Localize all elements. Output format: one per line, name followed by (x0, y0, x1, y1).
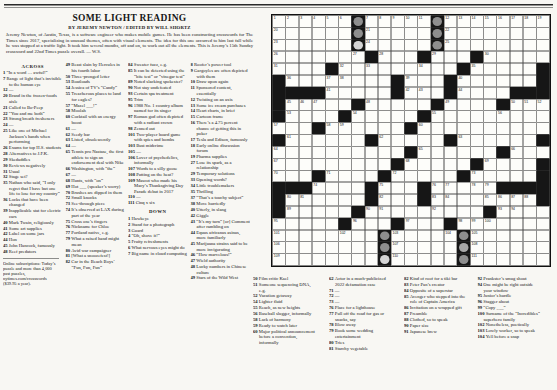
grid-cell-r2-c4[interactable] (312, 27, 325, 39)
grid-cell-r17-c19[interactable]: 94 (510, 206, 523, 218)
grid-cell-r19-c4[interactable] (312, 230, 325, 242)
grid-cell-r19-c19[interactable] (510, 230, 523, 242)
grid-cell-r2-c15[interactable] (457, 27, 470, 39)
grid-cell-r4-c14[interactable] (444, 51, 457, 63)
grid-cell-r3-c12[interactable] (418, 39, 431, 51)
grid-cell-r19-c21[interactable] (536, 230, 549, 242)
grid-cell-r4-c5[interactable] (325, 51, 338, 63)
grid-cell-r2-c3[interactable] (299, 27, 312, 39)
grid-cell-r7-c7[interactable] (352, 87, 365, 99)
grid-cell-r8-c14[interactable]: 49 (444, 99, 457, 111)
grid-cell-r15-c16[interactable]: 78 (470, 182, 483, 194)
grid-cell-r6-c17[interactable] (484, 75, 497, 87)
grid-cell-r5-c16[interactable]: 35 (470, 63, 483, 75)
grid-cell-r8-c9[interactable] (378, 99, 391, 111)
grid-cell-r4-c7[interactable]: 27 (352, 51, 365, 63)
grid-cell-r2-c1[interactable]: 20 (273, 27, 286, 39)
grid-cell-r16-c7[interactable] (352, 194, 365, 206)
grid-cell-r21-c16[interactable]: 111 (470, 254, 483, 266)
grid-cell-r8-c10[interactable] (391, 99, 404, 111)
grid-cell-r8-c6[interactable] (338, 99, 351, 111)
grid-cell-r4-c15[interactable] (457, 51, 470, 63)
grid-cell-r16-c9[interactable]: 82 (378, 194, 391, 206)
grid-cell-r18-c16[interactable]: 99 (470, 218, 483, 230)
grid-cell-r13-c3[interactable] (299, 158, 312, 170)
grid-cell-r1-c1[interactable]: 1 (273, 16, 286, 28)
grid-cell-r14-c20[interactable] (523, 170, 536, 182)
grid-cell-r21-c7[interactable] (352, 254, 365, 266)
grid-cell-r20-c1[interactable]: 106 (273, 242, 286, 254)
grid-cell-r1-c9[interactable]: 8 (378, 16, 391, 28)
grid-cell-r2-c14[interactable]: 22 (444, 27, 457, 39)
grid-cell-r10-c13[interactable] (431, 123, 444, 135)
grid-cell-r14-c17[interactable] (484, 170, 497, 182)
grid-cell-r17-c14[interactable] (444, 206, 457, 218)
grid-cell-r10-c19[interactable] (510, 123, 523, 135)
grid-cell-r5-c18[interactable] (497, 63, 510, 75)
grid-cell-r5-c12[interactable]: 34 (418, 63, 431, 75)
grid-cell-r12-c13[interactable] (431, 146, 444, 158)
grid-cell-r16-c6[interactable] (338, 194, 351, 206)
grid-cell-r6-c13[interactable] (431, 75, 444, 87)
grid-cell-r19-c16[interactable]: 105 (470, 230, 483, 242)
grid-cell-r11-c18[interactable] (497, 135, 510, 147)
grid-cell-r2-c6[interactable] (338, 27, 351, 39)
grid-cell-r5-c6[interactable]: 32 (338, 63, 351, 75)
grid-cell-r17-c8[interactable]: 90 (365, 206, 378, 218)
grid-cell-r2-c10[interactable] (391, 27, 404, 39)
grid-cell-r11-c17[interactable] (484, 135, 497, 147)
grid-cell-r18-c21[interactable] (536, 218, 549, 230)
grid-cell-r21-c17[interactable] (484, 254, 497, 266)
grid-cell-r10-c6[interactable]: 59 (338, 123, 351, 135)
grid-cell-r9-c11[interactable] (404, 111, 417, 123)
grid-cell-r19-c8[interactable] (365, 230, 378, 242)
grid-cell-r8-c17[interactable] (484, 99, 497, 111)
grid-cell-r2-c9[interactable] (378, 27, 391, 39)
grid-cell-r21-c19[interactable] (510, 254, 523, 266)
grid-cell-r4-c6[interactable] (338, 51, 351, 63)
grid-cell-r18-c20[interactable] (523, 218, 536, 230)
grid-cell-r8-c15[interactable] (457, 99, 470, 111)
grid-cell-r11-c9[interactable]: 62 (378, 135, 391, 147)
grid-cell-r15-c7[interactable] (352, 182, 365, 194)
grid-cell-r9-c7[interactable]: 54 (352, 111, 365, 123)
grid-cell-r10-c20[interactable] (523, 123, 536, 135)
grid-cell-r7-c13[interactable] (431, 87, 444, 99)
grid-cell-r18-c13[interactable] (431, 218, 444, 230)
grid-cell-r14-c7[interactable] (352, 170, 365, 182)
grid-cell-r14-c11[interactable] (404, 170, 417, 182)
grid-cell-r17-c11[interactable] (404, 206, 417, 218)
grid-cell-r15-c10[interactable] (391, 182, 404, 194)
grid-cell-r9-c2[interactable]: 53 (286, 111, 299, 123)
grid-cell-r18-c9[interactable] (378, 218, 391, 230)
grid-cell-r13-c8[interactable] (365, 158, 378, 170)
grid-cell-r3-c14[interactable]: 25 (444, 39, 457, 51)
grid-cell-r14-c8[interactable] (365, 170, 378, 182)
grid-cell-r20-c18[interactable] (497, 242, 510, 254)
grid-cell-r7-c18[interactable] (497, 87, 510, 99)
grid-cell-r12-c16[interactable] (470, 146, 483, 158)
grid-cell-r1-c3[interactable]: 3 (299, 16, 312, 28)
grid-cell-r14-c5[interactable]: 71 (325, 170, 338, 182)
grid-cell-r19-c5[interactable] (325, 230, 338, 242)
grid-cell-r6-c6[interactable]: 38 (338, 75, 351, 87)
grid-cell-r8-c11[interactable] (404, 99, 417, 111)
grid-cell-r11-c13[interactable] (431, 135, 444, 147)
grid-cell-r13-c15[interactable] (457, 158, 470, 170)
grid-cell-r10-c14[interactable] (444, 123, 457, 135)
grid-cell-r17-c6[interactable] (338, 206, 351, 218)
grid-cell-r16-c20[interactable]: 88 (523, 194, 536, 206)
grid-cell-r9-c19[interactable] (510, 111, 523, 123)
grid-cell-r21-c14[interactable] (444, 254, 457, 266)
grid-cell-r4-c9[interactable]: 28 (378, 51, 391, 63)
grid-cell-r3-c8[interactable]: 24 (365, 39, 378, 51)
grid-cell-r12-c12[interactable]: 65 (418, 146, 431, 158)
grid-cell-r1-c8[interactable]: 7 (365, 16, 378, 28)
grid-cell-r5-c8[interactable]: 33 (365, 63, 378, 75)
grid-cell-r13-c9[interactable] (378, 158, 391, 170)
grid-cell-r17-c9[interactable]: 91 (378, 206, 391, 218)
grid-cell-r2-c2[interactable] (286, 27, 299, 39)
grid-cell-r6-c8[interactable] (365, 75, 378, 87)
grid-cell-r9-c21[interactable] (536, 111, 549, 123)
grid-cell-r20-c6[interactable] (338, 242, 351, 254)
grid-cell-r3-c2[interactable] (286, 39, 299, 51)
grid-cell-r5-c3[interactable] (299, 63, 312, 75)
grid-cell-r12-c21[interactable] (536, 146, 549, 158)
grid-cell-r2-c17[interactable] (484, 27, 497, 39)
grid-cell-r9-c20[interactable] (523, 111, 536, 123)
grid-cell-r10-c7[interactable] (352, 123, 365, 135)
grid-cell-r1-c4[interactable]: 4 (312, 16, 325, 28)
grid-cell-r3-c21[interactable] (536, 39, 549, 51)
grid-cell-r17-c20[interactable] (523, 206, 536, 218)
grid-cell-r5-c14[interactable] (444, 63, 457, 75)
grid-cell-r10-c16[interactable] (470, 123, 483, 135)
grid-cell-r15-c4[interactable]: 74 (312, 182, 325, 194)
grid-cell-r21-c3[interactable] (299, 254, 312, 266)
grid-cell-r21-c1[interactable]: 109 (273, 254, 286, 266)
grid-cell-r9-c10[interactable] (391, 111, 404, 123)
grid-cell-r8-c20[interactable]: 51 (523, 99, 536, 111)
grid-cell-r12-c20[interactable] (523, 146, 536, 158)
grid-cell-r6-c9[interactable] (378, 75, 391, 87)
grid-cell-r13-c6[interactable] (338, 158, 351, 170)
grid-cell-r9-c8[interactable] (365, 111, 378, 123)
grid-cell-r16-c18[interactable]: 86 (497, 194, 510, 206)
grid-cell-r8-c3[interactable]: 46 (299, 99, 312, 111)
grid-cell-r3-c1[interactable]: 23 (273, 39, 286, 51)
grid-cell-r7-c11[interactable]: 42 (404, 87, 417, 99)
grid-cell-r7-c16[interactable] (470, 87, 483, 99)
grid-cell-r7-c8[interactable] (365, 87, 378, 99)
grid-cell-r8-c2[interactable]: 45 (286, 99, 299, 111)
grid-cell-r10-c3[interactable] (299, 123, 312, 135)
grid-cell-r12-c17[interactable] (484, 146, 497, 158)
grid-cell-r1-c14[interactable]: 12 (444, 16, 457, 28)
grid-cell-r21-c5[interactable] (325, 254, 338, 266)
grid-cell-r11-c10[interactable] (391, 135, 404, 147)
grid-cell-r6-c12[interactable] (418, 75, 431, 87)
grid-cell-r2-c16[interactable] (470, 27, 483, 39)
grid-cell-r4-c13[interactable]: 29 (431, 51, 444, 63)
grid-cell-r3-c20[interactable] (523, 39, 536, 51)
grid-cell-r21-c13[interactable] (431, 254, 444, 266)
grid-cell-r14-c6[interactable] (338, 170, 351, 182)
grid-cell-r11-c5[interactable] (325, 135, 338, 147)
grid-cell-r6-c2[interactable]: 36 (286, 75, 299, 87)
grid-cell-r11-c19[interactable] (510, 135, 523, 147)
grid-cell-r14-c13[interactable] (431, 170, 444, 182)
grid-cell-r21-c4[interactable] (312, 254, 325, 266)
grid-cell-r1-c2[interactable]: 2 (286, 16, 299, 28)
grid-cell-r9-c16[interactable] (470, 111, 483, 123)
grid-cell-r7-c6[interactable] (338, 87, 351, 99)
grid-cell-r12-c6[interactable] (338, 146, 351, 158)
grid-cell-r8-c5[interactable] (325, 99, 338, 111)
grid-cell-r5-c1[interactable]: 31 (273, 63, 286, 75)
grid-cell-r9-c3[interactable] (299, 111, 312, 123)
grid-cell-r18-c4[interactable] (312, 218, 325, 230)
grid-cell-r19-c20[interactable] (523, 230, 536, 242)
grid-cell-r13-c4[interactable] (312, 158, 325, 170)
grid-cell-r6-c11[interactable]: 39 (404, 75, 417, 87)
grid-cell-r17-c21[interactable] (536, 206, 549, 218)
grid-cell-r5-c10[interactable] (391, 63, 404, 75)
grid-cell-r8-c21[interactable]: 52 (536, 99, 549, 111)
grid-cell-r21-c11[interactable] (404, 254, 417, 266)
grid-cell-r14-c12[interactable] (418, 170, 431, 182)
grid-cell-r20-c10[interactable]: 107 (391, 242, 404, 254)
grid-cell-r19-c12[interactable] (418, 230, 431, 242)
grid-cell-r6-c19[interactable] (510, 75, 523, 87)
grid-cell-r11-c15[interactable]: 63 (457, 135, 470, 147)
grid-cell-r4-c2[interactable] (286, 51, 299, 63)
grid-cell-r3-c18[interactable] (497, 39, 510, 51)
grid-cell-r2-c18[interactable] (497, 27, 510, 39)
grid-cell-r14-c1[interactable]: 70 (273, 170, 286, 182)
grid-cell-r11-c7[interactable] (352, 135, 365, 147)
grid-cell-r12-c8[interactable] (365, 146, 378, 158)
grid-cell-r13-c20[interactable] (523, 158, 536, 170)
grid-cell-r16-c17[interactable]: 85 (484, 194, 497, 206)
grid-cell-r9-c4[interactable] (312, 111, 325, 123)
grid-cell-r4-c1[interactable]: 26 (273, 51, 286, 63)
grid-cell-r15-c13[interactable]: 76 (431, 182, 444, 194)
grid-cell-r16-c11[interactable] (404, 194, 417, 206)
grid-cell-r12-c5[interactable] (325, 146, 338, 158)
grid-cell-r5-c2[interactable] (286, 63, 299, 75)
grid-cell-r13-c17[interactable]: 69 (484, 158, 497, 170)
grid-cell-r19-c3[interactable] (299, 230, 312, 242)
grid-cell-r9-c5[interactable] (325, 111, 338, 123)
grid-cell-r10-c15[interactable] (457, 123, 470, 135)
grid-cell-r4-c11[interactable] (404, 51, 417, 63)
grid-cell-r9-c9[interactable] (378, 111, 391, 123)
grid-cell-r1-c20[interactable]: 18 (523, 16, 536, 28)
grid-cell-r18-c8[interactable] (365, 218, 378, 230)
grid-cell-r11-c2[interactable]: 61 (286, 135, 299, 147)
grid-cell-r13-c7[interactable] (352, 158, 365, 170)
grid-cell-r4-c20[interactable] (523, 51, 536, 63)
grid-cell-r19-c14[interactable]: 104 (444, 230, 457, 242)
grid-cell-r14-c3[interactable] (299, 170, 312, 182)
grid-cell-r1-c18[interactable]: 16 (497, 16, 510, 28)
grid-cell-r17-c16[interactable] (470, 206, 483, 218)
grid-cell-r18-c17[interactable]: 100 (484, 218, 497, 230)
grid-cell-r16-c5[interactable] (325, 194, 338, 206)
grid-cell-r2-c21[interactable] (536, 27, 549, 39)
grid-cell-r14-c2[interactable] (286, 170, 299, 182)
grid-cell-r6-c16[interactable] (470, 75, 483, 87)
grid-cell-r20-c2[interactable] (286, 242, 299, 254)
grid-cell-r18-c1[interactable]: 95 (273, 218, 286, 230)
grid-cell-r7-c9[interactable] (378, 87, 391, 99)
grid-cell-r3-c5[interactable] (325, 39, 338, 51)
grid-cell-r5-c19[interactable] (510, 63, 523, 75)
grid-cell-r8-c8[interactable]: 48 (365, 99, 378, 111)
grid-cell-r5-c4[interactable] (312, 63, 325, 75)
grid-cell-r20-c13[interactable] (431, 242, 444, 254)
grid-cell-r19-c11[interactable] (404, 230, 417, 242)
grid-cell-r21-c6[interactable] (338, 254, 351, 266)
grid-cell-r2-c12[interactable] (418, 27, 431, 39)
grid-cell-r7-c5[interactable]: 41 (325, 87, 338, 99)
grid-cell-r1-c12[interactable]: 11 (418, 16, 431, 28)
grid-cell-r4-c4[interactable] (312, 51, 325, 63)
grid-cell-r4-c17[interactable]: 30 (484, 51, 497, 63)
grid-cell-r19-c17[interactable] (484, 230, 497, 242)
grid-cell-r12-c4[interactable] (312, 146, 325, 158)
grid-cell-r14-c18[interactable] (497, 170, 510, 182)
grid-cell-r1-c17[interactable]: 15 (484, 16, 497, 28)
grid-cell-r19-c1[interactable]: 101 (273, 230, 286, 242)
grid-cell-r11-c4[interactable] (312, 135, 325, 147)
grid-cell-r19-c10[interactable]: 103 (391, 230, 404, 242)
grid-cell-r13-c11[interactable]: 68 (404, 158, 417, 170)
grid-cell-r12-c19[interactable]: 66 (510, 146, 523, 158)
grid-cell-r11-c20[interactable] (523, 135, 536, 147)
grid-cell-r18-c15[interactable]: 98 (457, 218, 470, 230)
grid-cell-r20-c8[interactable] (365, 242, 378, 254)
grid-cell-r15-c14[interactable]: 77 (444, 182, 457, 194)
grid-cell-r10-c1[interactable]: 57 (273, 123, 286, 135)
grid-cell-r16-c4[interactable] (312, 194, 325, 206)
grid-cell-r16-c19[interactable]: 87 (510, 194, 523, 206)
grid-cell-r9-c18[interactable]: 56 (497, 111, 510, 123)
grid-cell-r1-c15[interactable]: 13 (457, 16, 470, 28)
grid-cell-r5-c20[interactable] (523, 63, 536, 75)
grid-cell-r13-c2[interactable] (286, 158, 299, 170)
grid-cell-r12-c1[interactable]: 64 (273, 146, 286, 158)
grid-cell-r5-c13[interactable] (431, 63, 444, 75)
grid-cell-r14-c19[interactable] (510, 170, 523, 182)
grid-cell-r16-c10[interactable] (391, 194, 404, 206)
grid-cell-r16-c13[interactable]: 83 (431, 194, 444, 206)
grid-cell-r6-c20[interactable] (523, 75, 536, 87)
grid-cell-r18-c19[interactable] (510, 218, 523, 230)
grid-cell-r3-c3[interactable] (299, 39, 312, 51)
grid-cell-r12-c15[interactable] (457, 146, 470, 158)
grid-cell-r3-c19[interactable] (510, 39, 523, 51)
grid-cell-r17-c13[interactable]: 92 (431, 206, 444, 218)
grid-cell-r17-c5[interactable] (325, 206, 338, 218)
grid-cell-r3-c16[interactable] (470, 39, 483, 51)
grid-cell-r10-c12[interactable]: 60 (418, 123, 431, 135)
grid-cell-r17-c12[interactable] (418, 206, 431, 218)
grid-cell-r21-c21[interactable] (536, 254, 549, 266)
grid-cell-r1-c16[interactable]: 14 (470, 16, 483, 28)
grid-cell-r18-c5[interactable] (325, 218, 338, 230)
grid-cell-r5-c11[interactable] (404, 63, 417, 75)
grid-cell-r8-c4[interactable]: 47 (312, 99, 325, 111)
grid-cell-r20-c20[interactable] (523, 242, 536, 254)
grid-cell-r18-c7[interactable]: 96 (352, 218, 365, 230)
grid-cell-r12-c7[interactable] (352, 146, 365, 158)
grid-cell-r3-c6[interactable] (338, 39, 351, 51)
grid-cell-r16-c15[interactable] (457, 194, 470, 206)
grid-cell-r17-c10[interactable] (391, 206, 404, 218)
grid-cell-r10-c17[interactable] (484, 123, 497, 135)
grid-cell-r20-c17[interactable] (484, 242, 497, 254)
grid-cell-r10-c8[interactable] (365, 123, 378, 135)
grid-cell-r1-c11[interactable]: 10 (404, 16, 417, 28)
grid-cell-r6-c15[interactable]: 40 (457, 75, 470, 87)
grid-cell-r8-c19[interactable]: 50 (510, 99, 523, 111)
grid-cell-r19-c13[interactable] (431, 230, 444, 242)
grid-cell-r1-c6[interactable]: 6 (338, 16, 351, 28)
grid-cell-r20-c12[interactable] (418, 242, 431, 254)
grid-cell-r21-c18[interactable] (497, 254, 510, 266)
grid-cell-r10-c18[interactable] (497, 123, 510, 135)
grid-cell-r9-c17[interactable] (484, 111, 497, 123)
grid-cell-r3-c9[interactable] (378, 39, 391, 51)
grid-cell-r20-c21[interactable] (536, 242, 549, 254)
grid-cell-r21-c2[interactable] (286, 254, 299, 266)
grid-cell-r17-c4[interactable] (312, 206, 325, 218)
grid-cell-r13-c12[interactable] (418, 158, 431, 170)
grid-cell-r5-c9[interactable] (378, 63, 391, 75)
grid-cell-r20-c5[interactable] (325, 242, 338, 254)
grid-cell-r3-c15[interactable] (457, 39, 470, 51)
grid-cell-r20-c16[interactable]: 108 (470, 242, 483, 254)
grid-cell-r11-c11[interactable] (404, 135, 417, 147)
grid-cell-r13-c13[interactable] (431, 158, 444, 170)
grid-cell-r10-c21[interactable] (536, 123, 549, 135)
grid-cell-r3-c4[interactable] (312, 39, 325, 51)
grid-cell-r12-c14[interactable] (444, 146, 457, 158)
grid-cell-r19-c18[interactable] (497, 230, 510, 242)
grid-cell-r20-c3[interactable] (299, 242, 312, 254)
grid-cell-r6-c7[interactable] (352, 75, 365, 87)
grid-cell-r18-c11[interactable]: 97 (404, 218, 417, 230)
grid-cell-r9-c15[interactable] (457, 111, 470, 123)
grid-cell-r7-c17[interactable] (484, 87, 497, 99)
grid-cell-r18-c2[interactable] (286, 218, 299, 230)
grid-cell-r18-c3[interactable] (299, 218, 312, 230)
grid-cell-r16-c2[interactable]: 80 (286, 194, 299, 206)
grid-cell-r6-c3[interactable] (299, 75, 312, 87)
grid-cell-r9-c14[interactable] (444, 111, 457, 123)
grid-cell-r20-c14[interactable] (444, 242, 457, 254)
grid-cell-r3-c17[interactable] (484, 39, 497, 51)
grid-cell-r19-c6[interactable]: 102 (338, 230, 351, 242)
grid-cell-r16-c3[interactable]: 81 (299, 194, 312, 206)
grid-cell-r7-c15[interactable]: 44 (457, 87, 470, 99)
